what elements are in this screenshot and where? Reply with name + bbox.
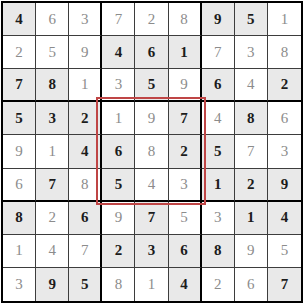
- cell-r7c3[interactable]: 6: [69, 202, 102, 235]
- cell-r3c5[interactable]: 5: [135, 69, 168, 102]
- cell-r8c2[interactable]: 4: [36, 235, 69, 268]
- cell-r5c9[interactable]: 3: [268, 135, 301, 168]
- cell-r2c9[interactable]: 8: [268, 36, 301, 69]
- cell-r7c4[interactable]: 9: [102, 202, 135, 235]
- cell-r5c1[interactable]: 9: [3, 135, 36, 168]
- cell-r3c2[interactable]: 8: [36, 69, 69, 102]
- cell-r3c1[interactable]: 7: [3, 69, 36, 102]
- cell-r4c7[interactable]: 4: [202, 102, 235, 135]
- cell-r1c1[interactable]: 4: [3, 3, 36, 36]
- cell-r5c4[interactable]: 6: [102, 135, 135, 168]
- cell-r9c8[interactable]: 6: [235, 268, 268, 301]
- cell-r8c3[interactable]: 7: [69, 235, 102, 268]
- cell-r1c8[interactable]: 5: [235, 3, 268, 36]
- cell-r1c4[interactable]: 7: [102, 3, 135, 36]
- cell-r4c8[interactable]: 8: [235, 102, 268, 135]
- cell-r7c6[interactable]: 5: [169, 202, 202, 235]
- cell-r1c9[interactable]: 1: [268, 3, 301, 36]
- cell-r2c4[interactable]: 4: [102, 36, 135, 69]
- cell-r9c4[interactable]: 8: [102, 268, 135, 301]
- cell-r3c9[interactable]: 2: [268, 69, 301, 102]
- cell-r4c1[interactable]: 5: [3, 102, 36, 135]
- cell-r2c8[interactable]: 3: [235, 36, 268, 69]
- cell-r4c2[interactable]: 3: [36, 102, 69, 135]
- cell-r2c2[interactable]: 5: [36, 36, 69, 69]
- sudoku-board: 4637289512594617387813596425321974869146…: [1, 1, 303, 303]
- cell-r9c3[interactable]: 5: [69, 268, 102, 301]
- cell-r3c8[interactable]: 4: [235, 69, 268, 102]
- cell-r8c7[interactable]: 8: [202, 235, 235, 268]
- cell-r8c6[interactable]: 6: [169, 235, 202, 268]
- cell-r8c5[interactable]: 3: [135, 235, 168, 268]
- cell-r8c8[interactable]: 9: [235, 235, 268, 268]
- cell-r6c7[interactable]: 1: [202, 169, 235, 202]
- cell-r9c2[interactable]: 9: [36, 268, 69, 301]
- cell-r3c3[interactable]: 1: [69, 69, 102, 102]
- cell-r5c7[interactable]: 5: [202, 135, 235, 168]
- cell-r5c8[interactable]: 7: [235, 135, 268, 168]
- cell-r4c3[interactable]: 2: [69, 102, 102, 135]
- cell-r7c2[interactable]: 2: [36, 202, 69, 235]
- cell-r6c2[interactable]: 7: [36, 169, 69, 202]
- cell-r9c7[interactable]: 2: [202, 268, 235, 301]
- cell-r5c2[interactable]: 1: [36, 135, 69, 168]
- cell-r6c8[interactable]: 2: [235, 169, 268, 202]
- cell-r4c5[interactable]: 9: [135, 102, 168, 135]
- cell-r9c9[interactable]: 7: [268, 268, 301, 301]
- cell-r9c6[interactable]: 4: [169, 268, 202, 301]
- cell-r6c3[interactable]: 8: [69, 169, 102, 202]
- cell-r5c5[interactable]: 8: [135, 135, 168, 168]
- cell-r4c9[interactable]: 6: [268, 102, 301, 135]
- cell-r6c5[interactable]: 4: [135, 169, 168, 202]
- cell-r2c3[interactable]: 9: [69, 36, 102, 69]
- cell-r5c3[interactable]: 4: [69, 135, 102, 168]
- cell-r7c5[interactable]: 7: [135, 202, 168, 235]
- cell-r6c4[interactable]: 5: [102, 169, 135, 202]
- cell-r2c6[interactable]: 1: [169, 36, 202, 69]
- cell-r4c4[interactable]: 1: [102, 102, 135, 135]
- cell-r8c9[interactable]: 5: [268, 235, 301, 268]
- cell-r4c6[interactable]: 7: [169, 102, 202, 135]
- cell-r2c5[interactable]: 6: [135, 36, 168, 69]
- cell-r9c5[interactable]: 1: [135, 268, 168, 301]
- cell-r8c4[interactable]: 2: [102, 235, 135, 268]
- cell-r6c6[interactable]: 3: [169, 169, 202, 202]
- cell-r6c1[interactable]: 6: [3, 169, 36, 202]
- cell-r9c1[interactable]: 3: [3, 268, 36, 301]
- cell-r1c5[interactable]: 2: [135, 3, 168, 36]
- cell-r1c7[interactable]: 9: [202, 3, 235, 36]
- cell-r1c3[interactable]: 3: [69, 3, 102, 36]
- cell-r1c2[interactable]: 6: [36, 3, 69, 36]
- sudoku-app: 4637289512594617387813596425321974869146…: [0, 0, 304, 304]
- cell-r6c9[interactable]: 9: [268, 169, 301, 202]
- cell-r8c1[interactable]: 1: [3, 235, 36, 268]
- cell-r7c9[interactable]: 4: [268, 202, 301, 235]
- cell-r3c4[interactable]: 3: [102, 69, 135, 102]
- cell-r3c7[interactable]: 6: [202, 69, 235, 102]
- cell-r1c6[interactable]: 8: [169, 3, 202, 36]
- cell-r5c6[interactable]: 2: [169, 135, 202, 168]
- cell-r7c1[interactable]: 8: [3, 202, 36, 235]
- cell-r2c1[interactable]: 2: [3, 36, 36, 69]
- cell-r7c8[interactable]: 1: [235, 202, 268, 235]
- cell-r7c7[interactable]: 3: [202, 202, 235, 235]
- cell-r3c6[interactable]: 9: [169, 69, 202, 102]
- cell-r2c7[interactable]: 7: [202, 36, 235, 69]
